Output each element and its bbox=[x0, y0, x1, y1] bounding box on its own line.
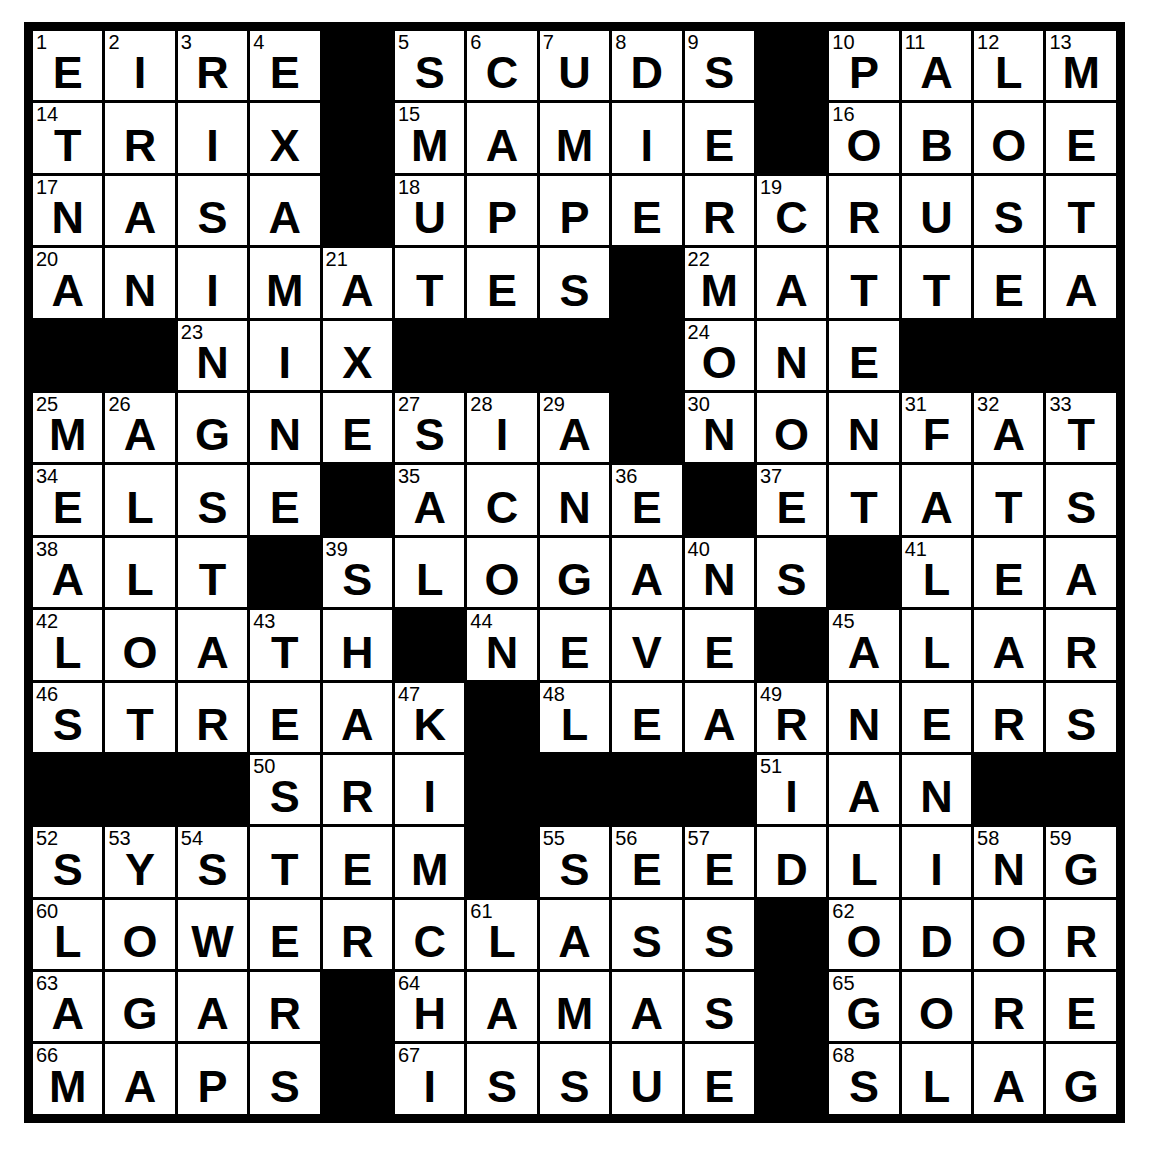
cell-letter: A bbox=[105, 412, 174, 457]
cell-r14c9[interactable]: A bbox=[612, 972, 681, 1041]
cell-r11c13[interactable]: N bbox=[902, 755, 971, 824]
cell-letter: E bbox=[1046, 991, 1115, 1036]
cell-r12c10[interactable]: 57E bbox=[685, 827, 754, 896]
cell-r4c7[interactable]: E bbox=[467, 248, 536, 317]
crossword-grid: 1E2I3R4E5S6C7U8D9S10P11A12L13M14TRIX15MA… bbox=[24, 22, 1125, 1123]
cell-r13c14[interactable]: O bbox=[974, 900, 1043, 969]
cell-r6c11[interactable]: O bbox=[757, 393, 826, 462]
cell-r15c1[interactable]: 66M bbox=[33, 1044, 102, 1113]
cell-r1c10[interactable]: 9S bbox=[685, 31, 754, 100]
cell-letter: N bbox=[250, 412, 319, 457]
cell-letter: L bbox=[33, 919, 102, 964]
cell-r2c13[interactable]: B bbox=[902, 103, 971, 172]
cell-r6c6[interactable]: 27S bbox=[395, 393, 464, 462]
cell-r15c3[interactable]: P bbox=[178, 1044, 247, 1113]
cell-letter: S bbox=[1046, 485, 1115, 530]
cell-r12c11[interactable]: D bbox=[757, 827, 826, 896]
cell-letter: N bbox=[540, 485, 609, 530]
cell-letter: C bbox=[467, 50, 536, 95]
cell-r2c3[interactable]: I bbox=[178, 103, 247, 172]
cell-letter: A bbox=[974, 1064, 1043, 1109]
cell-r12c5[interactable]: E bbox=[323, 827, 392, 896]
cell-letter: S bbox=[540, 847, 609, 892]
cell-letter: S bbox=[757, 557, 826, 602]
cell-letter: I bbox=[250, 340, 319, 385]
cell-r2c7[interactable]: A bbox=[467, 103, 536, 172]
cell-letter: O bbox=[829, 123, 898, 168]
cell-r12c6[interactable]: M bbox=[395, 827, 464, 896]
cell-r1c15[interactable]: 13M bbox=[1046, 31, 1115, 100]
cell-letter: S bbox=[1046, 702, 1115, 747]
cell-r14c14[interactable]: R bbox=[974, 972, 1043, 1041]
cell-r6c5[interactable]: E bbox=[323, 393, 392, 462]
cell-r6c8[interactable]: 29A bbox=[540, 393, 609, 462]
cell-r4c13[interactable]: T bbox=[902, 248, 971, 317]
cell-r10c12[interactable]: N bbox=[829, 683, 898, 752]
cell-r7c2[interactable]: L bbox=[105, 465, 174, 534]
cell-letter: O bbox=[902, 991, 971, 1036]
cell-r3c6[interactable]: 18U bbox=[395, 176, 464, 245]
cell-letter: E bbox=[685, 630, 754, 675]
clue-number: 2 bbox=[108, 32, 119, 52]
cell-r10c13[interactable]: E bbox=[902, 683, 971, 752]
cell-r12c3[interactable]: 54S bbox=[178, 827, 247, 896]
cell-r4c12[interactable]: T bbox=[829, 248, 898, 317]
cell-r14c8[interactable]: M bbox=[540, 972, 609, 1041]
cell-letter: E bbox=[685, 123, 754, 168]
cell-r4c14[interactable]: E bbox=[974, 248, 1043, 317]
cell-r5c5[interactable]: X bbox=[323, 321, 392, 390]
cell-r9c8[interactable]: E bbox=[540, 610, 609, 679]
cell-r11c11[interactable]: 51I bbox=[757, 755, 826, 824]
cell-r12c14[interactable]: 58N bbox=[974, 827, 1043, 896]
cell-r7c4[interactable]: E bbox=[250, 465, 319, 534]
cell-r15c15[interactable]: G bbox=[1046, 1044, 1115, 1113]
cell-r9c9[interactable]: V bbox=[612, 610, 681, 679]
cell-r13c4[interactable]: E bbox=[250, 900, 319, 969]
cell-r8c1[interactable]: 38A bbox=[33, 538, 102, 607]
cell-letter: L bbox=[467, 919, 536, 964]
cell-letter: A bbox=[902, 485, 971, 530]
cell-letter: T bbox=[395, 268, 464, 313]
cell-r4c5[interactable]: 21A bbox=[323, 248, 392, 317]
cell-r14c15[interactable]: E bbox=[1046, 972, 1115, 1041]
cell-letter: T bbox=[33, 123, 102, 168]
cell-r12c2[interactable]: 53Y bbox=[105, 827, 174, 896]
cell-r15c14[interactable]: A bbox=[974, 1044, 1043, 1113]
cell-r2c15[interactable]: E bbox=[1046, 103, 1115, 172]
cell-r10c9[interactable]: E bbox=[612, 683, 681, 752]
cell-r1c2[interactable]: 2I bbox=[105, 31, 174, 100]
black-square-r8c4 bbox=[250, 538, 319, 607]
black-square-r12c7 bbox=[467, 827, 536, 896]
cell-r12c15[interactable]: 59G bbox=[1046, 827, 1115, 896]
cell-letter: E bbox=[323, 412, 392, 457]
cell-r3c3[interactable]: S bbox=[178, 176, 247, 245]
cell-r8c13[interactable]: 41L bbox=[902, 538, 971, 607]
clue-number: 5 bbox=[398, 32, 409, 52]
clue-number: 67 bbox=[398, 1045, 420, 1065]
cell-letter: G bbox=[829, 991, 898, 1036]
cell-letter: P bbox=[467, 195, 536, 240]
cell-r11c6[interactable]: I bbox=[395, 755, 464, 824]
cell-r4c15[interactable]: A bbox=[1046, 248, 1115, 317]
cell-letter: E bbox=[250, 702, 319, 747]
cell-r4c11[interactable]: A bbox=[757, 248, 826, 317]
cell-letter: H bbox=[395, 991, 464, 1036]
cell-letter: S bbox=[612, 919, 681, 964]
cell-letter: T bbox=[250, 630, 319, 675]
cell-r14c3[interactable]: A bbox=[178, 972, 247, 1041]
cell-r9c5[interactable]: H bbox=[323, 610, 392, 679]
cell-letter: G bbox=[105, 991, 174, 1036]
cell-r13c13[interactable]: D bbox=[902, 900, 971, 969]
cell-r12c4[interactable]: T bbox=[250, 827, 319, 896]
cell-r15c12[interactable]: 68S bbox=[829, 1044, 898, 1113]
cell-letter: O bbox=[829, 919, 898, 964]
cell-r14c10[interactable]: S bbox=[685, 972, 754, 1041]
cell-letter: R bbox=[829, 195, 898, 240]
cell-letter: I bbox=[178, 123, 247, 168]
cell-r14c1[interactable]: 63A bbox=[33, 972, 102, 1041]
cell-letter: A bbox=[974, 412, 1043, 457]
cell-r10c4[interactable]: E bbox=[250, 683, 319, 752]
cell-r3c4[interactable]: A bbox=[250, 176, 319, 245]
clue-number: 9 bbox=[688, 32, 699, 52]
cell-letter: U bbox=[395, 195, 464, 240]
cell-r9c7[interactable]: 44N bbox=[467, 610, 536, 679]
cell-r3c11[interactable]: 19C bbox=[757, 176, 826, 245]
cell-letter: E bbox=[757, 485, 826, 530]
cell-r3c14[interactable]: S bbox=[974, 176, 1043, 245]
black-square-r5c15 bbox=[1046, 321, 1115, 390]
black-square-r11c7 bbox=[467, 755, 536, 824]
cell-r13c15[interactable]: R bbox=[1046, 900, 1115, 969]
cell-letter: E bbox=[974, 557, 1043, 602]
cell-letter: E bbox=[33, 50, 102, 95]
cell-letter: S bbox=[178, 195, 247, 240]
cell-r7c14[interactable]: T bbox=[974, 465, 1043, 534]
cell-r10c10[interactable]: A bbox=[685, 683, 754, 752]
cell-r8c8[interactable]: G bbox=[540, 538, 609, 607]
cell-r3c8[interactable]: P bbox=[540, 176, 609, 245]
cell-letter: M bbox=[395, 847, 464, 892]
cell-r1c3[interactable]: 3R bbox=[178, 31, 247, 100]
cell-r13c5[interactable]: R bbox=[323, 900, 392, 969]
cell-letter: N bbox=[685, 412, 754, 457]
cell-r10c2[interactable]: T bbox=[105, 683, 174, 752]
cell-r9c3[interactable]: A bbox=[178, 610, 247, 679]
cell-letter: E bbox=[250, 919, 319, 964]
cell-r6c12[interactable]: N bbox=[829, 393, 898, 462]
cell-r8c6[interactable]: L bbox=[395, 538, 464, 607]
cell-r1c12[interactable]: 10P bbox=[829, 31, 898, 100]
cell-letter: A bbox=[1046, 268, 1115, 313]
cell-r13c12[interactable]: 62O bbox=[829, 900, 898, 969]
cell-r6c2[interactable]: 26A bbox=[105, 393, 174, 462]
cell-r2c9[interactable]: I bbox=[612, 103, 681, 172]
cell-r3c10[interactable]: R bbox=[685, 176, 754, 245]
cell-r13c2[interactable]: O bbox=[105, 900, 174, 969]
black-square-r5c2 bbox=[105, 321, 174, 390]
cell-r9c2[interactable]: O bbox=[105, 610, 174, 679]
cell-r8c10[interactable]: 40N bbox=[685, 538, 754, 607]
cell-letter: M bbox=[33, 412, 102, 457]
cell-r4c8[interactable]: S bbox=[540, 248, 609, 317]
cell-r6c4[interactable]: N bbox=[250, 393, 319, 462]
cell-r12c1[interactable]: 52S bbox=[33, 827, 102, 896]
cell-letter: O bbox=[974, 919, 1043, 964]
cell-r6c15[interactable]: 33T bbox=[1046, 393, 1115, 462]
cell-letter: R bbox=[105, 123, 174, 168]
cell-r12c9[interactable]: 56E bbox=[612, 827, 681, 896]
cell-letter: T bbox=[250, 847, 319, 892]
cell-r9c14[interactable]: A bbox=[974, 610, 1043, 679]
cell-r10c15[interactable]: S bbox=[1046, 683, 1115, 752]
cell-r5c3[interactable]: 23N bbox=[178, 321, 247, 390]
cell-letter: A bbox=[178, 630, 247, 675]
cell-r14c2[interactable]: G bbox=[105, 972, 174, 1041]
cell-letter: L bbox=[105, 557, 174, 602]
cell-letter: B bbox=[902, 123, 971, 168]
cell-letter: G bbox=[540, 557, 609, 602]
cell-letter: D bbox=[902, 919, 971, 964]
cell-r1c1[interactable]: 1E bbox=[33, 31, 102, 100]
cell-letter: A bbox=[395, 485, 464, 530]
cell-r12c8[interactable]: 55S bbox=[540, 827, 609, 896]
cell-r11c12[interactable]: A bbox=[829, 755, 898, 824]
cell-letter: P bbox=[540, 195, 609, 240]
cell-r9c15[interactable]: R bbox=[1046, 610, 1115, 679]
cell-r3c15[interactable]: T bbox=[1046, 176, 1115, 245]
cell-letter: W bbox=[178, 919, 247, 964]
cell-letter: E bbox=[612, 195, 681, 240]
cell-r7c12[interactable]: T bbox=[829, 465, 898, 534]
cell-r14c6[interactable]: 64H bbox=[395, 972, 464, 1041]
cell-letter: O bbox=[105, 919, 174, 964]
cell-r2c10[interactable]: E bbox=[685, 103, 754, 172]
cell-r7c15[interactable]: S bbox=[1046, 465, 1115, 534]
black-square-r1c5 bbox=[323, 31, 392, 100]
cell-r8c15[interactable]: A bbox=[1046, 538, 1115, 607]
cell-letter: S bbox=[974, 195, 1043, 240]
cell-r15c7[interactable]: S bbox=[467, 1044, 536, 1113]
cell-r3c13[interactable]: U bbox=[902, 176, 971, 245]
cell-r6c7[interactable]: 28I bbox=[467, 393, 536, 462]
cell-letter: S bbox=[395, 412, 464, 457]
cell-r8c11[interactable]: S bbox=[757, 538, 826, 607]
cell-letter: S bbox=[467, 1064, 536, 1109]
cell-r1c7[interactable]: 6C bbox=[467, 31, 536, 100]
black-square-r11c2 bbox=[105, 755, 174, 824]
cell-r8c2[interactable]: L bbox=[105, 538, 174, 607]
cell-r8c3[interactable]: T bbox=[178, 538, 247, 607]
cell-r7c7[interactable]: C bbox=[467, 465, 536, 534]
black-square-r11c15 bbox=[1046, 755, 1115, 824]
cell-r12c12[interactable]: L bbox=[829, 827, 898, 896]
cell-r1c8[interactable]: 7U bbox=[540, 31, 609, 100]
cell-r14c13[interactable]: O bbox=[902, 972, 971, 1041]
cell-r7c13[interactable]: A bbox=[902, 465, 971, 534]
cell-r2c6[interactable]: 15M bbox=[395, 103, 464, 172]
cell-r10c11[interactable]: 49R bbox=[757, 683, 826, 752]
cell-r7c6[interactable]: 35A bbox=[395, 465, 464, 534]
cell-letter: R bbox=[250, 991, 319, 1036]
cell-r8c7[interactable]: O bbox=[467, 538, 536, 607]
cell-r5c10[interactable]: 24O bbox=[685, 321, 754, 390]
cell-letter: E bbox=[685, 847, 754, 892]
black-square-r9c6 bbox=[395, 610, 464, 679]
cell-letter: L bbox=[829, 847, 898, 892]
cell-r1c4[interactable]: 4E bbox=[250, 31, 319, 100]
cell-letter: T bbox=[178, 557, 247, 602]
cell-letter: L bbox=[33, 630, 102, 675]
cell-r10c14[interactable]: R bbox=[974, 683, 1043, 752]
cell-r13c7[interactable]: 61L bbox=[467, 900, 536, 969]
cell-r15c13[interactable]: L bbox=[902, 1044, 971, 1113]
cell-r2c12[interactable]: 16O bbox=[829, 103, 898, 172]
black-square-r5c8 bbox=[540, 321, 609, 390]
cell-r15c6[interactable]: 67I bbox=[395, 1044, 464, 1113]
cell-r15c8[interactable]: S bbox=[540, 1044, 609, 1113]
cell-r4c3[interactable]: I bbox=[178, 248, 247, 317]
cell-letter: E bbox=[323, 847, 392, 892]
cell-r15c2[interactable]: A bbox=[105, 1044, 174, 1113]
cell-r11c5[interactable]: R bbox=[323, 755, 392, 824]
cell-r13c10[interactable]: S bbox=[685, 900, 754, 969]
cell-letter: R bbox=[974, 991, 1043, 1036]
cell-r13c8[interactable]: A bbox=[540, 900, 609, 969]
cell-letter: S bbox=[395, 50, 464, 95]
cell-letter: T bbox=[105, 702, 174, 747]
black-square-r3c5 bbox=[323, 176, 392, 245]
cell-r13c9[interactable]: S bbox=[612, 900, 681, 969]
cell-r1c9[interactable]: 8D bbox=[612, 31, 681, 100]
cell-r10c3[interactable]: R bbox=[178, 683, 247, 752]
cell-r3c7[interactable]: P bbox=[467, 176, 536, 245]
cell-letter: A bbox=[757, 268, 826, 313]
cell-r6c3[interactable]: G bbox=[178, 393, 247, 462]
cell-r7c1[interactable]: 34E bbox=[33, 465, 102, 534]
cell-r2c2[interactable]: R bbox=[105, 103, 174, 172]
cell-r3c1[interactable]: 17N bbox=[33, 176, 102, 245]
cell-r10c1[interactable]: 46S bbox=[33, 683, 102, 752]
cell-letter: S bbox=[33, 702, 102, 747]
cell-r3c12[interactable]: R bbox=[829, 176, 898, 245]
cell-letter: X bbox=[323, 340, 392, 385]
cell-r9c1[interactable]: 42L bbox=[33, 610, 102, 679]
cell-letter: M bbox=[540, 123, 609, 168]
cell-r6c10[interactable]: 30N bbox=[685, 393, 754, 462]
cell-r14c12[interactable]: 65G bbox=[829, 972, 898, 1041]
cell-r5c11[interactable]: N bbox=[757, 321, 826, 390]
cell-r15c10[interactable]: E bbox=[685, 1044, 754, 1113]
cell-r7c3[interactable]: S bbox=[178, 465, 247, 534]
cell-letter: E bbox=[612, 485, 681, 530]
cell-r1c13[interactable]: 11A bbox=[902, 31, 971, 100]
cell-r7c8[interactable]: N bbox=[540, 465, 609, 534]
cell-r2c1[interactable]: 14T bbox=[33, 103, 102, 172]
cell-r14c7[interactable]: A bbox=[467, 972, 536, 1041]
cell-r8c14[interactable]: E bbox=[974, 538, 1043, 607]
cell-r10c8[interactable]: 48L bbox=[540, 683, 609, 752]
cell-letter: G bbox=[1046, 1064, 1115, 1109]
cell-r7c11[interactable]: 37E bbox=[757, 465, 826, 534]
cell-letter: A bbox=[829, 630, 898, 675]
cell-r6c1[interactable]: 25M bbox=[33, 393, 102, 462]
cell-letter: E bbox=[1046, 123, 1115, 168]
cell-letter: R bbox=[323, 774, 392, 819]
cell-r9c10[interactable]: E bbox=[685, 610, 754, 679]
cell-letter: S bbox=[685, 991, 754, 1036]
cell-r4c1[interactable]: 20A bbox=[33, 248, 102, 317]
cell-letter: A bbox=[974, 630, 1043, 675]
cell-letter: A bbox=[323, 268, 392, 313]
cell-r9c12[interactable]: 45A bbox=[829, 610, 898, 679]
cell-letter: E bbox=[902, 702, 971, 747]
cell-r2c14[interactable]: O bbox=[974, 103, 1043, 172]
cell-r7c9[interactable]: 36E bbox=[612, 465, 681, 534]
cell-r11c4[interactable]: 50S bbox=[250, 755, 319, 824]
cell-r1c14[interactable]: 12L bbox=[974, 31, 1043, 100]
cell-r15c4[interactable]: S bbox=[250, 1044, 319, 1113]
cell-letter: X bbox=[250, 123, 319, 168]
cell-letter: G bbox=[178, 412, 247, 457]
cell-r8c9[interactable]: A bbox=[612, 538, 681, 607]
cell-letter: A bbox=[178, 991, 247, 1036]
cell-r4c6[interactable]: T bbox=[395, 248, 464, 317]
cell-letter: E bbox=[685, 1064, 754, 1109]
cell-r13c3[interactable]: W bbox=[178, 900, 247, 969]
cell-letter: A bbox=[685, 702, 754, 747]
cell-r5c12[interactable]: E bbox=[829, 321, 898, 390]
cell-r2c8[interactable]: M bbox=[540, 103, 609, 172]
cell-r9c13[interactable]: L bbox=[902, 610, 971, 679]
black-square-r5c7 bbox=[467, 321, 536, 390]
cell-r12c13[interactable]: I bbox=[902, 827, 971, 896]
cell-r4c10[interactable]: 22M bbox=[685, 248, 754, 317]
cell-r3c9[interactable]: E bbox=[612, 176, 681, 245]
cell-r10c5[interactable]: A bbox=[323, 683, 392, 752]
cell-r14c4[interactable]: R bbox=[250, 972, 319, 1041]
cell-letter: L bbox=[902, 630, 971, 675]
cell-letter: N bbox=[33, 195, 102, 240]
cell-r4c4[interactable]: M bbox=[250, 248, 319, 317]
cell-letter: S bbox=[685, 919, 754, 964]
cell-r6c13[interactable]: 31F bbox=[902, 393, 971, 462]
cell-r1c6[interactable]: 5S bbox=[395, 31, 464, 100]
cell-r15c9[interactable]: U bbox=[612, 1044, 681, 1113]
cell-letter: S bbox=[540, 268, 609, 313]
cell-r13c1[interactable]: 60L bbox=[33, 900, 102, 969]
cell-r13c6[interactable]: C bbox=[395, 900, 464, 969]
cell-r10c6[interactable]: 47K bbox=[395, 683, 464, 752]
cell-r6c14[interactable]: 32A bbox=[974, 393, 1043, 462]
cell-letter: L bbox=[902, 1064, 971, 1109]
cell-r5c4[interactable]: I bbox=[250, 321, 319, 390]
cell-letter: C bbox=[395, 919, 464, 964]
cell-r3c2[interactable]: A bbox=[105, 176, 174, 245]
cell-r8c5[interactable]: 39S bbox=[323, 538, 392, 607]
cell-letter: S bbox=[323, 557, 392, 602]
cell-r9c4[interactable]: 43T bbox=[250, 610, 319, 679]
cell-r2c4[interactable]: X bbox=[250, 103, 319, 172]
cell-letter: L bbox=[974, 50, 1043, 95]
cell-r4c2[interactable]: N bbox=[105, 248, 174, 317]
cell-letter: A bbox=[105, 1064, 174, 1109]
cell-letter: M bbox=[1046, 50, 1115, 95]
black-square-r7c10 bbox=[685, 465, 754, 534]
